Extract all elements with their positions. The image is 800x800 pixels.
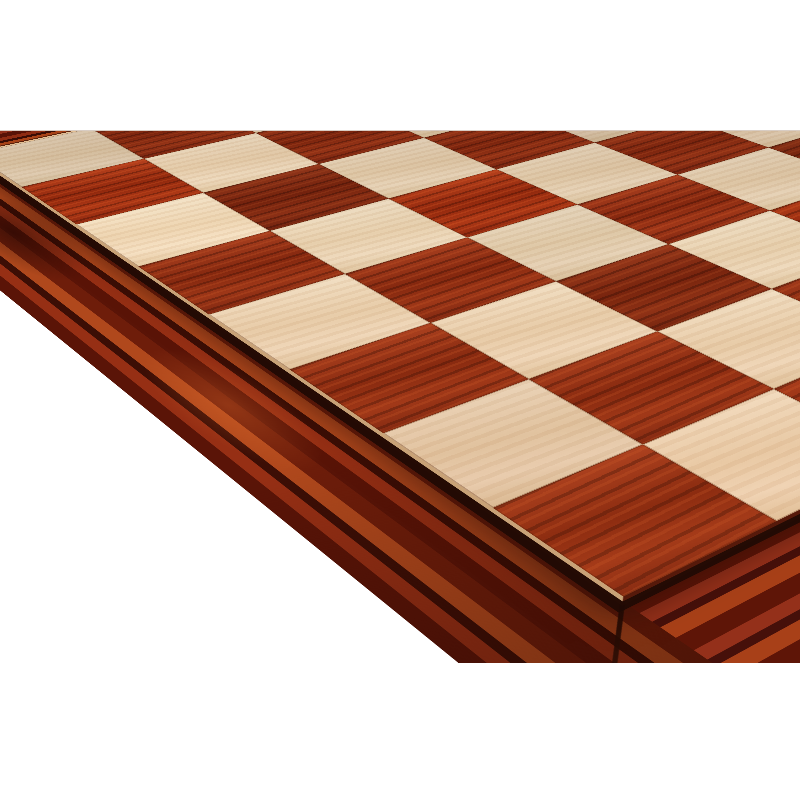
background-mask-bottom [0, 663, 800, 800]
chessboard-product-photo [0, 0, 800, 800]
background-mask-top [0, 0, 800, 131]
